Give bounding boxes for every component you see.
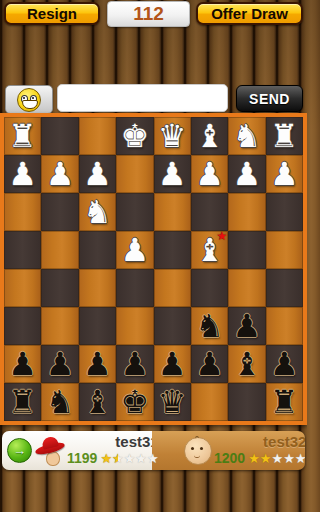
square-e4[interactable]: ♟ [116, 231, 153, 269]
players-panel: → test31 1199★★★★★★ test32 1200★★★★★ [2, 431, 305, 470]
black-bishop[interactable]: ♝ [228, 345, 265, 383]
square-c6[interactable]: ♞ [191, 307, 228, 345]
square-b4[interactable] [228, 231, 265, 269]
square-f8[interactable]: ♝ [79, 383, 116, 421]
square-g4[interactable] [41, 231, 78, 269]
white-pawn[interactable]: ♟ [41, 155, 78, 193]
white-rook[interactable]: ♜ [4, 117, 41, 155]
last-move-star-marker-icon: ★ [216, 230, 227, 243]
black-pawn[interactable]: ♟ [266, 345, 303, 383]
square-e1[interactable]: ♚ [116, 117, 153, 155]
square-g2[interactable]: ♟ [41, 155, 78, 193]
square-g8[interactable]: ♞ [41, 383, 78, 421]
square-f5[interactable] [79, 269, 116, 307]
square-e5[interactable] [116, 269, 153, 307]
white-knight[interactable]: ♞ [79, 193, 116, 231]
square-d5[interactable] [154, 269, 191, 307]
square-e7[interactable]: ♟ [116, 345, 153, 383]
player-right-card: test32 1200★★★★★ [152, 431, 305, 470]
black-pawn[interactable]: ♟ [79, 345, 116, 383]
chess-board: ♜♚♛♝♞♜♟♟♟♟♟♟♟♞♟♝★♞♟♟♟♟♟♟♟♝♟♜♞♝♚♛♜ [0, 113, 307, 425]
square-b1[interactable]: ♞ [228, 117, 265, 155]
square-a7[interactable]: ♟ [266, 345, 303, 383]
square-d8[interactable]: ♛ [154, 383, 191, 421]
square-c5[interactable] [191, 269, 228, 307]
square-c4[interactable]: ♝★ [191, 231, 228, 269]
square-c3[interactable] [191, 193, 228, 231]
send-button[interactable]: SEND [236, 85, 303, 112]
black-pawn[interactable]: ♟ [41, 345, 78, 383]
square-f1[interactable] [79, 117, 116, 155]
white-bishop[interactable]: ♝ [191, 117, 228, 155]
black-king[interactable]: ♚ [116, 383, 153, 421]
square-h4[interactable] [4, 231, 41, 269]
square-b3[interactable] [228, 193, 265, 231]
black-pawn[interactable]: ♟ [154, 345, 191, 383]
square-d6[interactable] [154, 307, 191, 345]
grinning-smiley-icon [17, 88, 41, 112]
star-icon: ★ [271, 452, 283, 465]
emoji-button[interactable] [5, 85, 53, 114]
square-a4[interactable] [266, 231, 303, 269]
square-e3[interactable] [116, 193, 153, 231]
player-left-card: → test31 1199★★★★★★ [2, 431, 152, 470]
white-pawn[interactable]: ♟ [266, 155, 303, 193]
square-c1[interactable]: ♝ [191, 117, 228, 155]
turn-indicator-arrow-icon: → [7, 438, 32, 463]
square-f6[interactable] [79, 307, 116, 345]
star-icon: ★ [124, 452, 136, 465]
player-left-stars: ★★★★★★ [100, 449, 158, 466]
square-f7[interactable]: ♟ [79, 345, 116, 383]
white-pawn[interactable]: ♟ [79, 155, 116, 193]
square-a1[interactable]: ♜ [266, 117, 303, 155]
player-left-rating: 1199 [67, 450, 97, 466]
square-h8[interactable]: ♜ [4, 383, 41, 421]
move-timer: 112 [107, 1, 190, 27]
black-knight[interactable]: ♞ [41, 383, 78, 421]
square-b2[interactable]: ♟ [228, 155, 265, 193]
square-e6[interactable] [116, 307, 153, 345]
star-icon: ★ [295, 452, 305, 465]
star-icon: ★ [100, 452, 112, 465]
square-b6[interactable]: ♟ [228, 307, 265, 345]
white-pawn[interactable]: ♟ [154, 155, 191, 193]
white-rook[interactable]: ♜ [266, 117, 303, 155]
black-rook[interactable]: ♜ [4, 383, 41, 421]
square-c2[interactable]: ♟ [191, 155, 228, 193]
white-queen[interactable]: ♛ [154, 117, 191, 155]
square-e2[interactable] [116, 155, 153, 193]
square-d1[interactable]: ♛ [154, 117, 191, 155]
star-icon: ★ [283, 452, 295, 465]
white-pawn[interactable]: ♟ [4, 155, 41, 193]
star-icon: ★ [135, 452, 147, 465]
square-d2[interactable]: ♟ [154, 155, 191, 193]
square-c7[interactable]: ♟ [191, 345, 228, 383]
square-g1[interactable] [41, 117, 78, 155]
square-g7[interactable]: ♟ [41, 345, 78, 383]
square-f2[interactable]: ♟ [79, 155, 116, 193]
chat-input[interactable] [57, 84, 228, 112]
black-bishop[interactable]: ♝ [79, 383, 116, 421]
square-d4[interactable] [154, 231, 191, 269]
square-f4[interactable] [79, 231, 116, 269]
square-h1[interactable]: ♜ [4, 117, 41, 155]
square-b8[interactable] [228, 383, 265, 421]
square-h3[interactable] [4, 193, 41, 231]
square-a2[interactable]: ♟ [266, 155, 303, 193]
square-a6[interactable] [266, 307, 303, 345]
white-pawn[interactable]: ♟ [228, 155, 265, 193]
square-f3[interactable]: ♞ [79, 193, 116, 231]
square-h2[interactable]: ♟ [4, 155, 41, 193]
square-h5[interactable] [4, 269, 41, 307]
square-h6[interactable] [4, 307, 41, 345]
star-icon: ★ [260, 452, 272, 465]
white-king[interactable]: ♚ [116, 117, 153, 155]
star-icon: ★★ [112, 452, 124, 465]
black-rook[interactable]: ♜ [266, 383, 303, 421]
player-right-stars: ★★★★★ [248, 449, 305, 466]
white-pawn[interactable]: ♟ [191, 155, 228, 193]
square-c8[interactable] [191, 383, 228, 421]
player-left-name: test31 [67, 434, 159, 450]
black-pawn[interactable]: ♟ [4, 345, 41, 383]
black-queen[interactable]: ♛ [154, 383, 191, 421]
square-g5[interactable] [41, 269, 78, 307]
white-pawn[interactable]: ♟ [116, 231, 153, 269]
square-a3[interactable] [266, 193, 303, 231]
player-right-name: test32 [214, 434, 305, 450]
black-pawn[interactable]: ♟ [191, 345, 228, 383]
offer-draw-button[interactable]: Offer Draw [196, 2, 303, 25]
player-right-rating: 1200 [214, 450, 245, 466]
square-a5[interactable] [266, 269, 303, 307]
square-d7[interactable]: ♟ [154, 345, 191, 383]
square-g6[interactable] [41, 307, 78, 345]
baby-face-avatar [182, 436, 214, 466]
red-hat-lady-avatar [35, 436, 67, 466]
square-g3[interactable] [41, 193, 78, 231]
black-pawn[interactable]: ♟ [116, 345, 153, 383]
resign-button[interactable]: Resign [4, 2, 100, 25]
star-icon: ★ [147, 452, 159, 465]
square-b5[interactable] [228, 269, 265, 307]
square-d3[interactable] [154, 193, 191, 231]
square-h7[interactable]: ♟ [4, 345, 41, 383]
square-e8[interactable]: ♚ [116, 383, 153, 421]
square-a8[interactable]: ♜ [266, 383, 303, 421]
white-knight[interactable]: ♞ [228, 117, 265, 155]
black-knight[interactable]: ♞ [191, 307, 228, 345]
square-b7[interactable]: ♝ [228, 345, 265, 383]
star-icon: ★ [248, 452, 260, 465]
black-pawn[interactable]: ♟ [228, 307, 265, 345]
